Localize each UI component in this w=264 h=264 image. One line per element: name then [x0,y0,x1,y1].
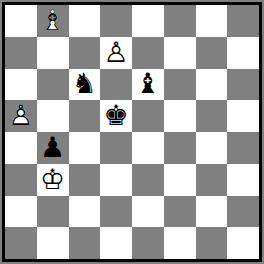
board-frame: ♝♗♟♙♞♝♟♙♚♟♟♔ [0,0,264,264]
square-e7[interactable] [132,37,164,69]
square-d7[interactable]: ♟♙ [100,37,132,69]
square-a6[interactable] [5,69,37,101]
square-c3[interactable] [69,164,101,196]
piece-outline-layer: ♗ [37,5,69,37]
square-h2[interactable] [227,196,259,228]
square-d5[interactable]: ♚ [100,100,132,132]
square-b2[interactable] [37,196,69,228]
board-border: ♝♗♟♙♞♝♟♙♚♟♟♔ [2,2,262,262]
square-e1[interactable] [132,227,164,259]
square-c8[interactable] [69,5,101,37]
square-a4[interactable] [5,132,37,164]
square-g2[interactable] [196,196,228,228]
square-c4[interactable] [69,132,101,164]
square-f2[interactable] [164,196,196,228]
square-g8[interactable] [196,5,228,37]
black-king-piece[interactable]: ♚ [100,100,132,132]
square-d6[interactable] [100,69,132,101]
square-b5[interactable] [37,100,69,132]
square-c5[interactable] [69,100,101,132]
square-h1[interactable] [227,227,259,259]
piece-fill-layer: ♟ [37,132,69,164]
square-c2[interactable] [69,196,101,228]
square-b6[interactable] [37,69,69,101]
square-g6[interactable] [196,69,228,101]
square-b7[interactable] [37,37,69,69]
white-pawn-piece[interactable]: ♟♙ [5,100,37,132]
square-b1[interactable] [37,227,69,259]
piece-fill-layer: ♞ [69,69,101,101]
square-h8[interactable] [227,5,259,37]
square-d1[interactable] [100,227,132,259]
square-e6[interactable]: ♝ [132,69,164,101]
square-h4[interactable] [227,132,259,164]
square-a8[interactable] [5,5,37,37]
square-b3[interactable]: ♟♔ [37,164,69,196]
square-b8[interactable]: ♝♗ [37,5,69,37]
square-d2[interactable] [100,196,132,228]
piece-outline-layer: ♔ [37,164,69,196]
square-c1[interactable] [69,227,101,259]
square-a1[interactable] [5,227,37,259]
square-f5[interactable] [164,100,196,132]
square-f8[interactable] [164,5,196,37]
square-h6[interactable] [227,69,259,101]
square-e2[interactable] [132,196,164,228]
square-d8[interactable] [100,5,132,37]
square-h7[interactable] [227,37,259,69]
square-f4[interactable] [164,132,196,164]
square-d3[interactable] [100,164,132,196]
piece-fill-layer: ♚ [100,100,132,132]
piece-outline-layer: ♙ [100,37,132,69]
black-bishop-piece[interactable]: ♝ [132,69,164,101]
square-e4[interactable] [132,132,164,164]
square-a5[interactable]: ♟♙ [5,100,37,132]
black-knight-piece[interactable]: ♞ [69,69,101,101]
square-h3[interactable] [227,164,259,196]
square-e3[interactable] [132,164,164,196]
white-pawn-piece[interactable]: ♟♙ [100,37,132,69]
chess-board: ♝♗♟♙♞♝♟♙♚♟♟♔ [5,5,259,259]
square-a3[interactable] [5,164,37,196]
square-g4[interactable] [196,132,228,164]
white-bishop-piece[interactable]: ♝♗ [37,5,69,37]
square-c6[interactable]: ♞ [69,69,101,101]
black-pawn-piece[interactable]: ♟ [37,132,69,164]
square-g3[interactable] [196,164,228,196]
square-f3[interactable] [164,164,196,196]
square-g1[interactable] [196,227,228,259]
square-f6[interactable] [164,69,196,101]
piece-fill-layer: ♝ [132,69,164,101]
white-king-piece[interactable]: ♟♔ [37,164,69,196]
square-d4[interactable] [100,132,132,164]
square-c7[interactable] [69,37,101,69]
piece-outline-layer: ♙ [5,100,37,132]
square-g5[interactable] [196,100,228,132]
square-e5[interactable] [132,100,164,132]
square-f7[interactable] [164,37,196,69]
square-a2[interactable] [5,196,37,228]
square-e8[interactable] [132,5,164,37]
square-b4[interactable]: ♟ [37,132,69,164]
square-g7[interactable] [196,37,228,69]
square-f1[interactable] [164,227,196,259]
square-a7[interactable] [5,37,37,69]
square-h5[interactable] [227,100,259,132]
